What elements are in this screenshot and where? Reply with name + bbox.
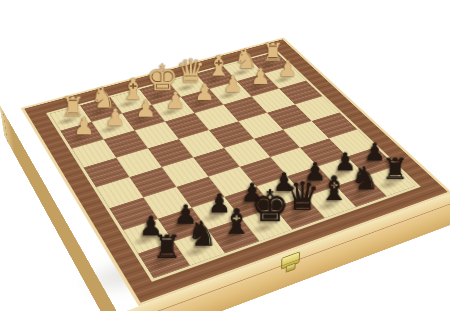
square-h2: ♟ (60, 122, 103, 149)
square-h8: ♜ (138, 242, 190, 279)
chess-board: ♜♞♝♚♛♝♞♜♟♟♟♟♟♟♟♟♟♟♟♟♟♟♟♟♜♞♝♚♛♝♞♜ (21, 38, 450, 307)
square-f5 (162, 157, 209, 186)
white-pawn: ♟ (57, 115, 110, 139)
brass-clasp-icon (281, 251, 300, 269)
scene: ♜♞♝♚♛♝♞♜♟♟♟♟♟♟♟♟♟♟♟♟♟♟♟♟♜♞♝♚♛♝♞♜ (0, 0, 450, 311)
black-rook: ♜ (135, 231, 198, 263)
